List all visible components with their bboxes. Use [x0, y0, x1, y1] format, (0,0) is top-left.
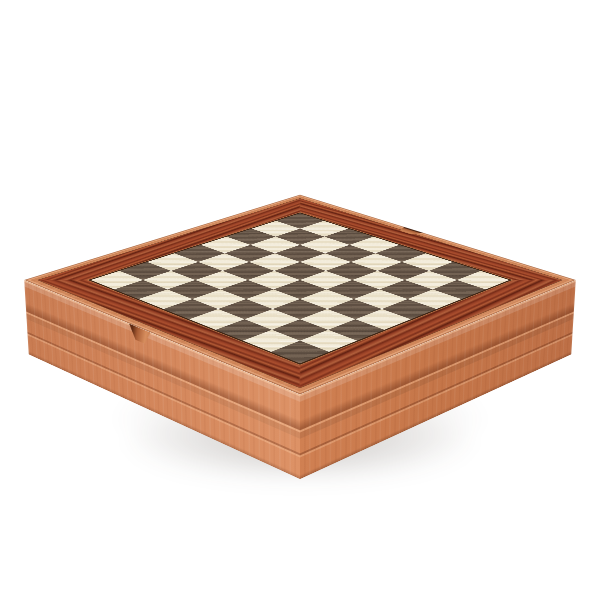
square-d7[interactable] [192, 289, 246, 309]
square-h8[interactable] [271, 341, 329, 364]
square-c7[interactable] [167, 280, 220, 299]
square-g6[interactable] [300, 309, 355, 330]
square-g8[interactable] [243, 330, 300, 352]
square-f8[interactable] [216, 319, 272, 340]
square-h4[interactable] [382, 299, 437, 319]
chess-box [24, 195, 576, 395]
square-h3[interactable] [408, 289, 462, 309]
square-e7[interactable] [218, 299, 273, 319]
square-h7[interactable] [300, 330, 357, 352]
square-f4[interactable] [327, 280, 380, 299]
square-e5[interactable] [273, 280, 326, 299]
square-h6[interactable] [328, 319, 384, 340]
square-h2[interactable] [433, 280, 486, 299]
square-d8[interactable] [164, 299, 219, 319]
square-g7[interactable] [272, 319, 328, 340]
square-g5[interactable] [327, 299, 382, 319]
square-e8[interactable] [189, 309, 244, 330]
square-h5[interactable] [355, 309, 410, 330]
square-g4[interactable] [354, 289, 408, 309]
square-b8[interactable] [114, 280, 167, 299]
square-f7[interactable] [245, 309, 300, 330]
product-photo [0, 0, 600, 600]
square-e6[interactable] [246, 289, 300, 309]
square-f5[interactable] [300, 289, 354, 309]
scene [0, 0, 600, 600]
square-c8[interactable] [139, 289, 193, 309]
square-f6[interactable] [273, 299, 328, 319]
square-g3[interactable] [380, 280, 433, 299]
square-d6[interactable] [220, 280, 273, 299]
